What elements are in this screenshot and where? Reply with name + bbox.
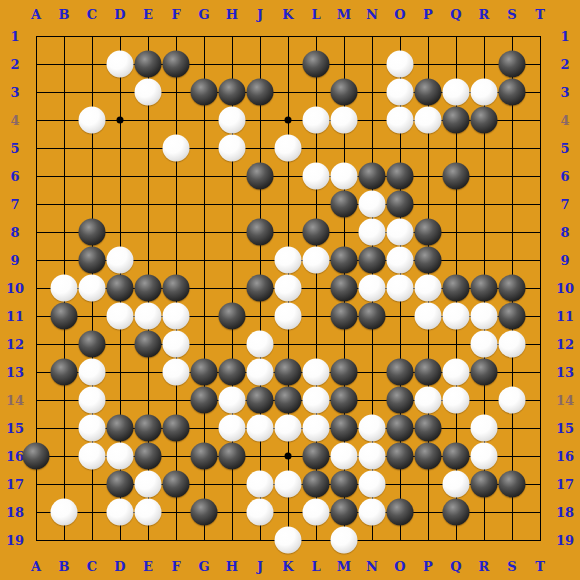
stone-white-R16[interactable]	[471, 443, 498, 470]
row-label-left-18: 18	[6, 505, 24, 520]
stone-black-B11[interactable]	[51, 303, 78, 330]
col-label-bottom-J: J	[257, 559, 263, 574]
stone-black-H16[interactable]	[219, 443, 246, 470]
stone-white-L14[interactable]	[303, 387, 330, 414]
stone-white-L18[interactable]	[303, 499, 330, 526]
col-label-bottom-H: H	[226, 559, 238, 574]
stone-white-N16[interactable]	[359, 443, 386, 470]
stone-white-R12[interactable]	[471, 331, 498, 358]
stone-white-M4[interactable]	[331, 107, 358, 134]
row-label-left-11: 11	[6, 309, 24, 324]
stone-black-J14[interactable]	[247, 387, 274, 414]
col-label-bottom-C: C	[87, 559, 97, 574]
row-label-right-17: 17	[556, 477, 574, 492]
stone-black-L8[interactable]	[303, 219, 330, 246]
stone-white-Q14[interactable]	[443, 387, 470, 414]
stone-black-O16[interactable]	[387, 443, 414, 470]
row-label-left-9: 9	[10, 253, 19, 268]
row-label-right-10: 10	[556, 281, 574, 296]
stone-white-O8[interactable]	[387, 219, 414, 246]
stone-white-J15[interactable]	[247, 415, 274, 442]
stone-white-O3[interactable]	[387, 79, 414, 106]
stone-black-P16[interactable]	[415, 443, 442, 470]
stone-white-C13[interactable]	[79, 359, 106, 386]
stone-black-P13[interactable]	[415, 359, 442, 386]
stone-black-M18[interactable]	[331, 499, 358, 526]
star-point-D4	[117, 117, 124, 124]
row-label-left-13: 13	[6, 365, 24, 380]
stone-white-M19[interactable]	[331, 527, 358, 554]
stone-black-M7[interactable]	[331, 191, 358, 218]
col-label-top-H: H	[226, 7, 238, 22]
stone-black-J6[interactable]	[247, 163, 274, 190]
stone-black-C12[interactable]	[79, 331, 106, 358]
stone-white-K11[interactable]	[275, 303, 302, 330]
stone-black-F15[interactable]	[163, 415, 190, 442]
row-label-right-14: 14	[556, 393, 574, 408]
stone-white-E18[interactable]	[135, 499, 162, 526]
stone-white-F5[interactable]	[163, 135, 190, 162]
stone-white-M6[interactable]	[331, 163, 358, 190]
row-label-left-17: 17	[6, 477, 24, 492]
stone-white-M16[interactable]	[331, 443, 358, 470]
col-label-bottom-E: E	[143, 559, 153, 574]
row-label-left-6: 6	[10, 169, 19, 184]
col-label-bottom-A: A	[31, 559, 41, 574]
row-label-left-12: 12	[6, 337, 24, 352]
stone-white-D11[interactable]	[107, 303, 134, 330]
stone-white-Q13[interactable]	[443, 359, 470, 386]
stone-black-F2[interactable]	[163, 51, 190, 78]
stone-black-M10[interactable]	[331, 275, 358, 302]
col-label-top-M: M	[337, 7, 351, 22]
stone-white-Q3[interactable]	[443, 79, 470, 106]
row-label-right-5: 5	[560, 141, 569, 156]
stone-white-L13[interactable]	[303, 359, 330, 386]
stone-black-L2[interactable]	[303, 51, 330, 78]
stone-black-E16[interactable]	[135, 443, 162, 470]
row-label-left-10: 10	[6, 281, 24, 296]
stone-black-G18[interactable]	[191, 499, 218, 526]
stone-black-O13[interactable]	[387, 359, 414, 386]
row-label-right-7: 7	[560, 197, 569, 212]
row-label-right-16: 16	[556, 449, 574, 464]
row-label-left-14: 14	[6, 393, 24, 408]
col-label-bottom-D: D	[114, 559, 125, 574]
stone-black-P15[interactable]	[415, 415, 442, 442]
stone-white-Q11[interactable]	[443, 303, 470, 330]
stone-white-E3[interactable]	[135, 79, 162, 106]
stone-white-H15[interactable]	[219, 415, 246, 442]
star-point-K16	[285, 453, 292, 460]
stone-black-J10[interactable]	[247, 275, 274, 302]
stone-white-D9[interactable]	[107, 247, 134, 274]
col-label-top-A: A	[31, 7, 41, 22]
row-label-left-7: 7	[10, 197, 19, 212]
row-label-left-19: 19	[6, 533, 24, 548]
stone-black-Q18[interactable]	[443, 499, 470, 526]
row-label-left-1: 1	[10, 29, 19, 44]
stone-white-O10[interactable]	[387, 275, 414, 302]
stone-black-Q6[interactable]	[443, 163, 470, 190]
stone-black-O15[interactable]	[387, 415, 414, 442]
stone-white-N10[interactable]	[359, 275, 386, 302]
row-label-left-15: 15	[6, 421, 24, 436]
col-label-bottom-L: L	[311, 559, 320, 574]
stone-black-S11[interactable]	[499, 303, 526, 330]
stone-black-M17[interactable]	[331, 471, 358, 498]
stone-white-H5[interactable]	[219, 135, 246, 162]
row-label-right-11: 11	[556, 309, 574, 324]
stone-black-K13[interactable]	[275, 359, 302, 386]
stone-black-S10[interactable]	[499, 275, 526, 302]
stone-black-O18[interactable]	[387, 499, 414, 526]
row-label-left-5: 5	[10, 141, 19, 156]
stone-black-J3[interactable]	[247, 79, 274, 106]
stone-white-S12[interactable]	[499, 331, 526, 358]
row-label-right-2: 2	[560, 57, 569, 72]
stone-black-M3[interactable]	[331, 79, 358, 106]
col-label-top-F: F	[171, 7, 180, 22]
stone-black-D10[interactable]	[107, 275, 134, 302]
stone-white-O9[interactable]	[387, 247, 414, 274]
stone-white-C4[interactable]	[79, 107, 106, 134]
stone-black-E2[interactable]	[135, 51, 162, 78]
col-label-bottom-F: F	[171, 559, 180, 574]
stone-black-Q4[interactable]	[443, 107, 470, 134]
row-label-left-4: 4	[10, 113, 19, 128]
stone-white-N17[interactable]	[359, 471, 386, 498]
stone-white-F12[interactable]	[163, 331, 190, 358]
stone-white-C10[interactable]	[79, 275, 106, 302]
stone-black-G3[interactable]	[191, 79, 218, 106]
col-label-top-B: B	[59, 7, 70, 22]
stone-white-K19[interactable]	[275, 527, 302, 554]
stone-black-R17[interactable]	[471, 471, 498, 498]
stone-white-N15[interactable]	[359, 415, 386, 442]
col-label-bottom-K: K	[282, 559, 293, 574]
stone-black-R10[interactable]	[471, 275, 498, 302]
stone-white-K5[interactable]	[275, 135, 302, 162]
col-label-top-C: C	[87, 7, 97, 22]
col-label-top-Q: Q	[450, 7, 461, 22]
stone-black-B13[interactable]	[51, 359, 78, 386]
stone-black-P8[interactable]	[415, 219, 442, 246]
stone-white-B18[interactable]	[51, 499, 78, 526]
stone-white-N7[interactable]	[359, 191, 386, 218]
stone-white-C16[interactable]	[79, 443, 106, 470]
stone-white-J18[interactable]	[247, 499, 274, 526]
stone-white-R11[interactable]	[471, 303, 498, 330]
stone-black-O6[interactable]	[387, 163, 414, 190]
stone-black-M11[interactable]	[331, 303, 358, 330]
col-label-top-E: E	[143, 7, 153, 22]
row-label-left-8: 8	[10, 225, 19, 240]
stone-black-P9[interactable]	[415, 247, 442, 274]
stone-black-M15[interactable]	[331, 415, 358, 442]
row-label-right-12: 12	[556, 337, 574, 352]
stone-black-G16[interactable]	[191, 443, 218, 470]
stone-black-H3[interactable]	[219, 79, 246, 106]
stone-black-H11[interactable]	[219, 303, 246, 330]
stone-white-Q17[interactable]	[443, 471, 470, 498]
stone-white-J13[interactable]	[247, 359, 274, 386]
row-label-right-6: 6	[560, 169, 569, 184]
stone-white-J17[interactable]	[247, 471, 274, 498]
stone-white-F11[interactable]	[163, 303, 190, 330]
col-label-top-G: G	[198, 7, 209, 22]
stone-black-E12[interactable]	[135, 331, 162, 358]
row-label-right-13: 13	[556, 365, 574, 380]
stone-black-L16[interactable]	[303, 443, 330, 470]
stone-white-E17[interactable]	[135, 471, 162, 498]
col-label-top-K: K	[282, 7, 293, 22]
stone-white-K9[interactable]	[275, 247, 302, 274]
stone-white-D16[interactable]	[107, 443, 134, 470]
stone-white-B10[interactable]	[51, 275, 78, 302]
stone-black-C8[interactable]	[79, 219, 106, 246]
stone-black-D17[interactable]	[107, 471, 134, 498]
stone-white-K17[interactable]	[275, 471, 302, 498]
stone-white-D2[interactable]	[107, 51, 134, 78]
stone-black-O14[interactable]	[387, 387, 414, 414]
stone-black-E15[interactable]	[135, 415, 162, 442]
col-label-top-J: J	[257, 7, 263, 22]
col-label-top-D: D	[114, 7, 125, 22]
stone-white-S14[interactable]	[499, 387, 526, 414]
stone-black-N9[interactable]	[359, 247, 386, 274]
go-board-screen: ABCDEFGHJKLMNOPQRST ABCDEFGHJKLMNOPQRST …	[0, 0, 580, 580]
stone-black-F10[interactable]	[163, 275, 190, 302]
row-label-left-3: 3	[10, 85, 19, 100]
stone-black-N6[interactable]	[359, 163, 386, 190]
stone-white-P10[interactable]	[415, 275, 442, 302]
row-label-right-1: 1	[560, 29, 569, 44]
stone-white-K10[interactable]	[275, 275, 302, 302]
stone-black-L17[interactable]	[303, 471, 330, 498]
stone-black-D15[interactable]	[107, 415, 134, 442]
col-label-bottom-N: N	[366, 559, 378, 574]
stone-white-L9[interactable]	[303, 247, 330, 274]
stone-white-D18[interactable]	[107, 499, 134, 526]
stone-black-M14[interactable]	[331, 387, 358, 414]
stone-black-K14[interactable]	[275, 387, 302, 414]
stone-black-E10[interactable]	[135, 275, 162, 302]
stone-white-K15[interactable]	[275, 415, 302, 442]
star-point-K4	[285, 117, 292, 124]
row-label-right-9: 9	[560, 253, 569, 268]
stone-white-E11[interactable]	[135, 303, 162, 330]
stone-black-H13[interactable]	[219, 359, 246, 386]
col-label-bottom-B: B	[59, 559, 70, 574]
stone-black-M13[interactable]	[331, 359, 358, 386]
row-label-right-15: 15	[556, 421, 574, 436]
stone-black-J8[interactable]	[247, 219, 274, 246]
stone-white-L4[interactable]	[303, 107, 330, 134]
stone-white-H4[interactable]	[219, 107, 246, 134]
row-label-right-4: 4	[560, 113, 569, 128]
stone-black-R4[interactable]	[471, 107, 498, 134]
stone-black-N11[interactable]	[359, 303, 386, 330]
row-label-right-18: 18	[556, 505, 574, 520]
stone-white-P14[interactable]	[415, 387, 442, 414]
stone-white-C15[interactable]	[79, 415, 106, 442]
stone-white-N8[interactable]	[359, 219, 386, 246]
stone-white-J12[interactable]	[247, 331, 274, 358]
stone-white-H14[interactable]	[219, 387, 246, 414]
stone-white-R3[interactable]	[471, 79, 498, 106]
col-label-bottom-Q: Q	[450, 559, 461, 574]
stone-black-R13[interactable]	[471, 359, 498, 386]
col-label-bottom-S: S	[507, 559, 516, 574]
stone-black-C9[interactable]	[79, 247, 106, 274]
col-label-top-R: R	[479, 7, 490, 22]
stone-black-Q10[interactable]	[443, 275, 470, 302]
row-label-left-16: 16	[6, 449, 24, 464]
col-label-top-P: P	[423, 7, 433, 22]
stone-black-G14[interactable]	[191, 387, 218, 414]
col-label-bottom-T: T	[535, 559, 545, 574]
stone-black-O7[interactable]	[387, 191, 414, 218]
stone-black-A16[interactable]	[23, 443, 50, 470]
col-label-bottom-G: G	[198, 559, 209, 574]
stone-black-Q16[interactable]	[443, 443, 470, 470]
stone-white-O4[interactable]	[387, 107, 414, 134]
row-label-right-8: 8	[560, 225, 569, 240]
row-label-left-2: 2	[10, 57, 19, 72]
stone-black-M9[interactable]	[331, 247, 358, 274]
stone-black-P3[interactable]	[415, 79, 442, 106]
col-label-top-S: S	[507, 7, 516, 22]
stone-black-F17[interactable]	[163, 471, 190, 498]
stone-white-P4[interactable]	[415, 107, 442, 134]
col-label-bottom-R: R	[479, 559, 490, 574]
stone-white-F13[interactable]	[163, 359, 190, 386]
stone-black-S17[interactable]	[499, 471, 526, 498]
stone-white-R15[interactable]	[471, 415, 498, 442]
stone-white-O2[interactable]	[387, 51, 414, 78]
stone-black-G13[interactable]	[191, 359, 218, 386]
stone-black-S3[interactable]	[499, 79, 526, 106]
col-label-top-N: N	[366, 7, 378, 22]
stone-white-N18[interactable]	[359, 499, 386, 526]
row-label-right-3: 3	[560, 85, 569, 100]
stone-white-L6[interactable]	[303, 163, 330, 190]
row-label-right-19: 19	[556, 533, 574, 548]
stone-black-S2[interactable]	[499, 51, 526, 78]
col-label-top-T: T	[535, 7, 545, 22]
col-label-bottom-P: P	[423, 559, 433, 574]
stone-white-P11[interactable]	[415, 303, 442, 330]
col-label-top-L: L	[311, 7, 320, 22]
stone-white-L15[interactable]	[303, 415, 330, 442]
col-label-bottom-O: O	[394, 559, 405, 574]
col-label-top-O: O	[394, 7, 405, 22]
stone-white-C14[interactable]	[79, 387, 106, 414]
col-label-bottom-M: M	[337, 559, 351, 574]
